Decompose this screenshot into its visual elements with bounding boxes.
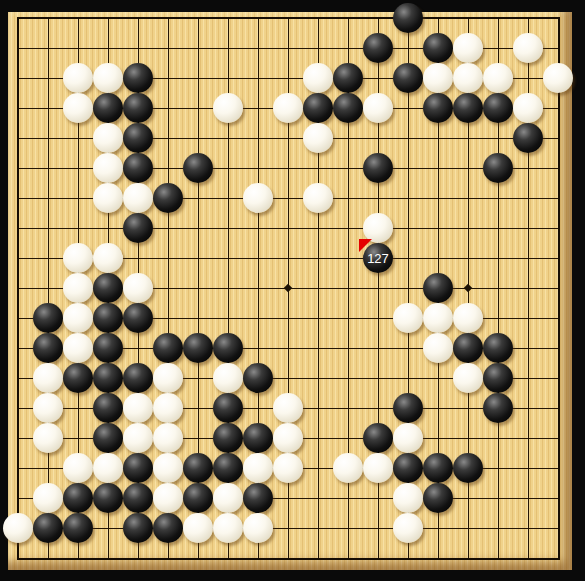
black-stone [423, 93, 453, 123]
white-stone [273, 453, 303, 483]
go-app-screen: 127 [0, 0, 585, 581]
black-stone [153, 333, 183, 363]
black-stone [303, 93, 333, 123]
white-stone [393, 423, 423, 453]
black-stone [393, 393, 423, 423]
white-stone [93, 153, 123, 183]
white-stone [393, 513, 423, 543]
white-stone [123, 423, 153, 453]
black-stone [63, 513, 93, 543]
black-stone [93, 483, 123, 513]
black-stone [183, 153, 213, 183]
white-stone [93, 453, 123, 483]
white-stone [153, 483, 183, 513]
white-stone [453, 303, 483, 333]
black-stone [453, 93, 483, 123]
black-stone [33, 513, 63, 543]
black-stone [423, 33, 453, 63]
white-stone [213, 363, 243, 393]
white-stone [513, 93, 543, 123]
black-stone [93, 303, 123, 333]
black-stone [213, 333, 243, 363]
black-stone [453, 453, 483, 483]
white-stone [453, 33, 483, 63]
black-stone [123, 123, 153, 153]
black-stone [363, 33, 393, 63]
white-stone [63, 303, 93, 333]
white-stone [63, 243, 93, 273]
white-stone [33, 423, 63, 453]
black-stone [213, 423, 243, 453]
white-stone [153, 393, 183, 423]
white-stone [33, 393, 63, 423]
black-stone [453, 333, 483, 363]
black-stone [63, 363, 93, 393]
white-stone [3, 513, 33, 543]
white-stone [453, 363, 483, 393]
white-stone [213, 483, 243, 513]
black-stone [483, 93, 513, 123]
black-stone [93, 393, 123, 423]
white-stone [363, 453, 393, 483]
black-stone [423, 273, 453, 303]
black-stone [333, 93, 363, 123]
white-stone [303, 183, 333, 213]
black-stone [183, 333, 213, 363]
white-stone [123, 273, 153, 303]
white-stone [423, 333, 453, 363]
black-stone [153, 513, 183, 543]
white-stone [273, 423, 303, 453]
white-stone [63, 333, 93, 363]
white-stone [453, 63, 483, 93]
black-stone [123, 303, 153, 333]
white-stone [213, 513, 243, 543]
white-stone [303, 63, 333, 93]
black-stone [93, 423, 123, 453]
black-stone [93, 333, 123, 363]
black-stone [123, 483, 153, 513]
black-stone [483, 333, 513, 363]
black-stone [123, 153, 153, 183]
black-stone [123, 513, 153, 543]
black-stone [333, 63, 363, 93]
white-stone [513, 33, 543, 63]
white-stone [213, 93, 243, 123]
white-stone [93, 243, 123, 273]
black-stone [123, 63, 153, 93]
white-stone [123, 183, 153, 213]
white-stone [423, 63, 453, 93]
white-stone [243, 453, 273, 483]
black-stone [363, 423, 393, 453]
black-stone [153, 183, 183, 213]
black-stone [423, 483, 453, 513]
black-stone [363, 153, 393, 183]
white-stone [93, 63, 123, 93]
white-stone [63, 63, 93, 93]
black-stone [393, 63, 423, 93]
black-stone [243, 363, 273, 393]
black-stone [33, 333, 63, 363]
white-stone [393, 303, 423, 333]
white-stone [543, 63, 573, 93]
white-stone [363, 213, 393, 243]
white-stone [33, 363, 63, 393]
white-stone [123, 393, 153, 423]
black-stone [123, 213, 153, 243]
white-stone [273, 93, 303, 123]
black-stone [123, 363, 153, 393]
white-stone [63, 93, 93, 123]
white-stone [423, 303, 453, 333]
black-stone [423, 453, 453, 483]
white-stone [243, 513, 273, 543]
white-stone [243, 183, 273, 213]
black-stone [483, 363, 513, 393]
black-stone [183, 453, 213, 483]
white-stone [33, 483, 63, 513]
black-stone [33, 303, 63, 333]
move-number-label: 127 [363, 243, 393, 273]
white-stone [153, 453, 183, 483]
black-stone [123, 93, 153, 123]
black-stone [123, 453, 153, 483]
white-stone [333, 453, 363, 483]
black-stone [483, 153, 513, 183]
white-stone [393, 483, 423, 513]
black-stone [393, 453, 423, 483]
go-board[interactable]: 127 [8, 12, 572, 570]
black-stone [393, 3, 423, 33]
white-stone [183, 513, 213, 543]
black-stone [243, 423, 273, 453]
black-stone [243, 483, 273, 513]
white-stone [363, 93, 393, 123]
white-stone [153, 423, 183, 453]
black-stone [213, 393, 243, 423]
white-stone [93, 183, 123, 213]
white-stone [153, 363, 183, 393]
black-stone [513, 123, 543, 153]
black-stone [63, 483, 93, 513]
black-stone [93, 273, 123, 303]
black-stone: 127 [363, 243, 393, 273]
white-stone [63, 453, 93, 483]
black-stone [93, 93, 123, 123]
white-stone [303, 123, 333, 153]
black-stone [213, 453, 243, 483]
black-stone [93, 363, 123, 393]
white-stone [273, 393, 303, 423]
white-stone [93, 123, 123, 153]
black-stone [183, 483, 213, 513]
black-stone [483, 393, 513, 423]
white-stone [63, 273, 93, 303]
white-stone [483, 63, 513, 93]
